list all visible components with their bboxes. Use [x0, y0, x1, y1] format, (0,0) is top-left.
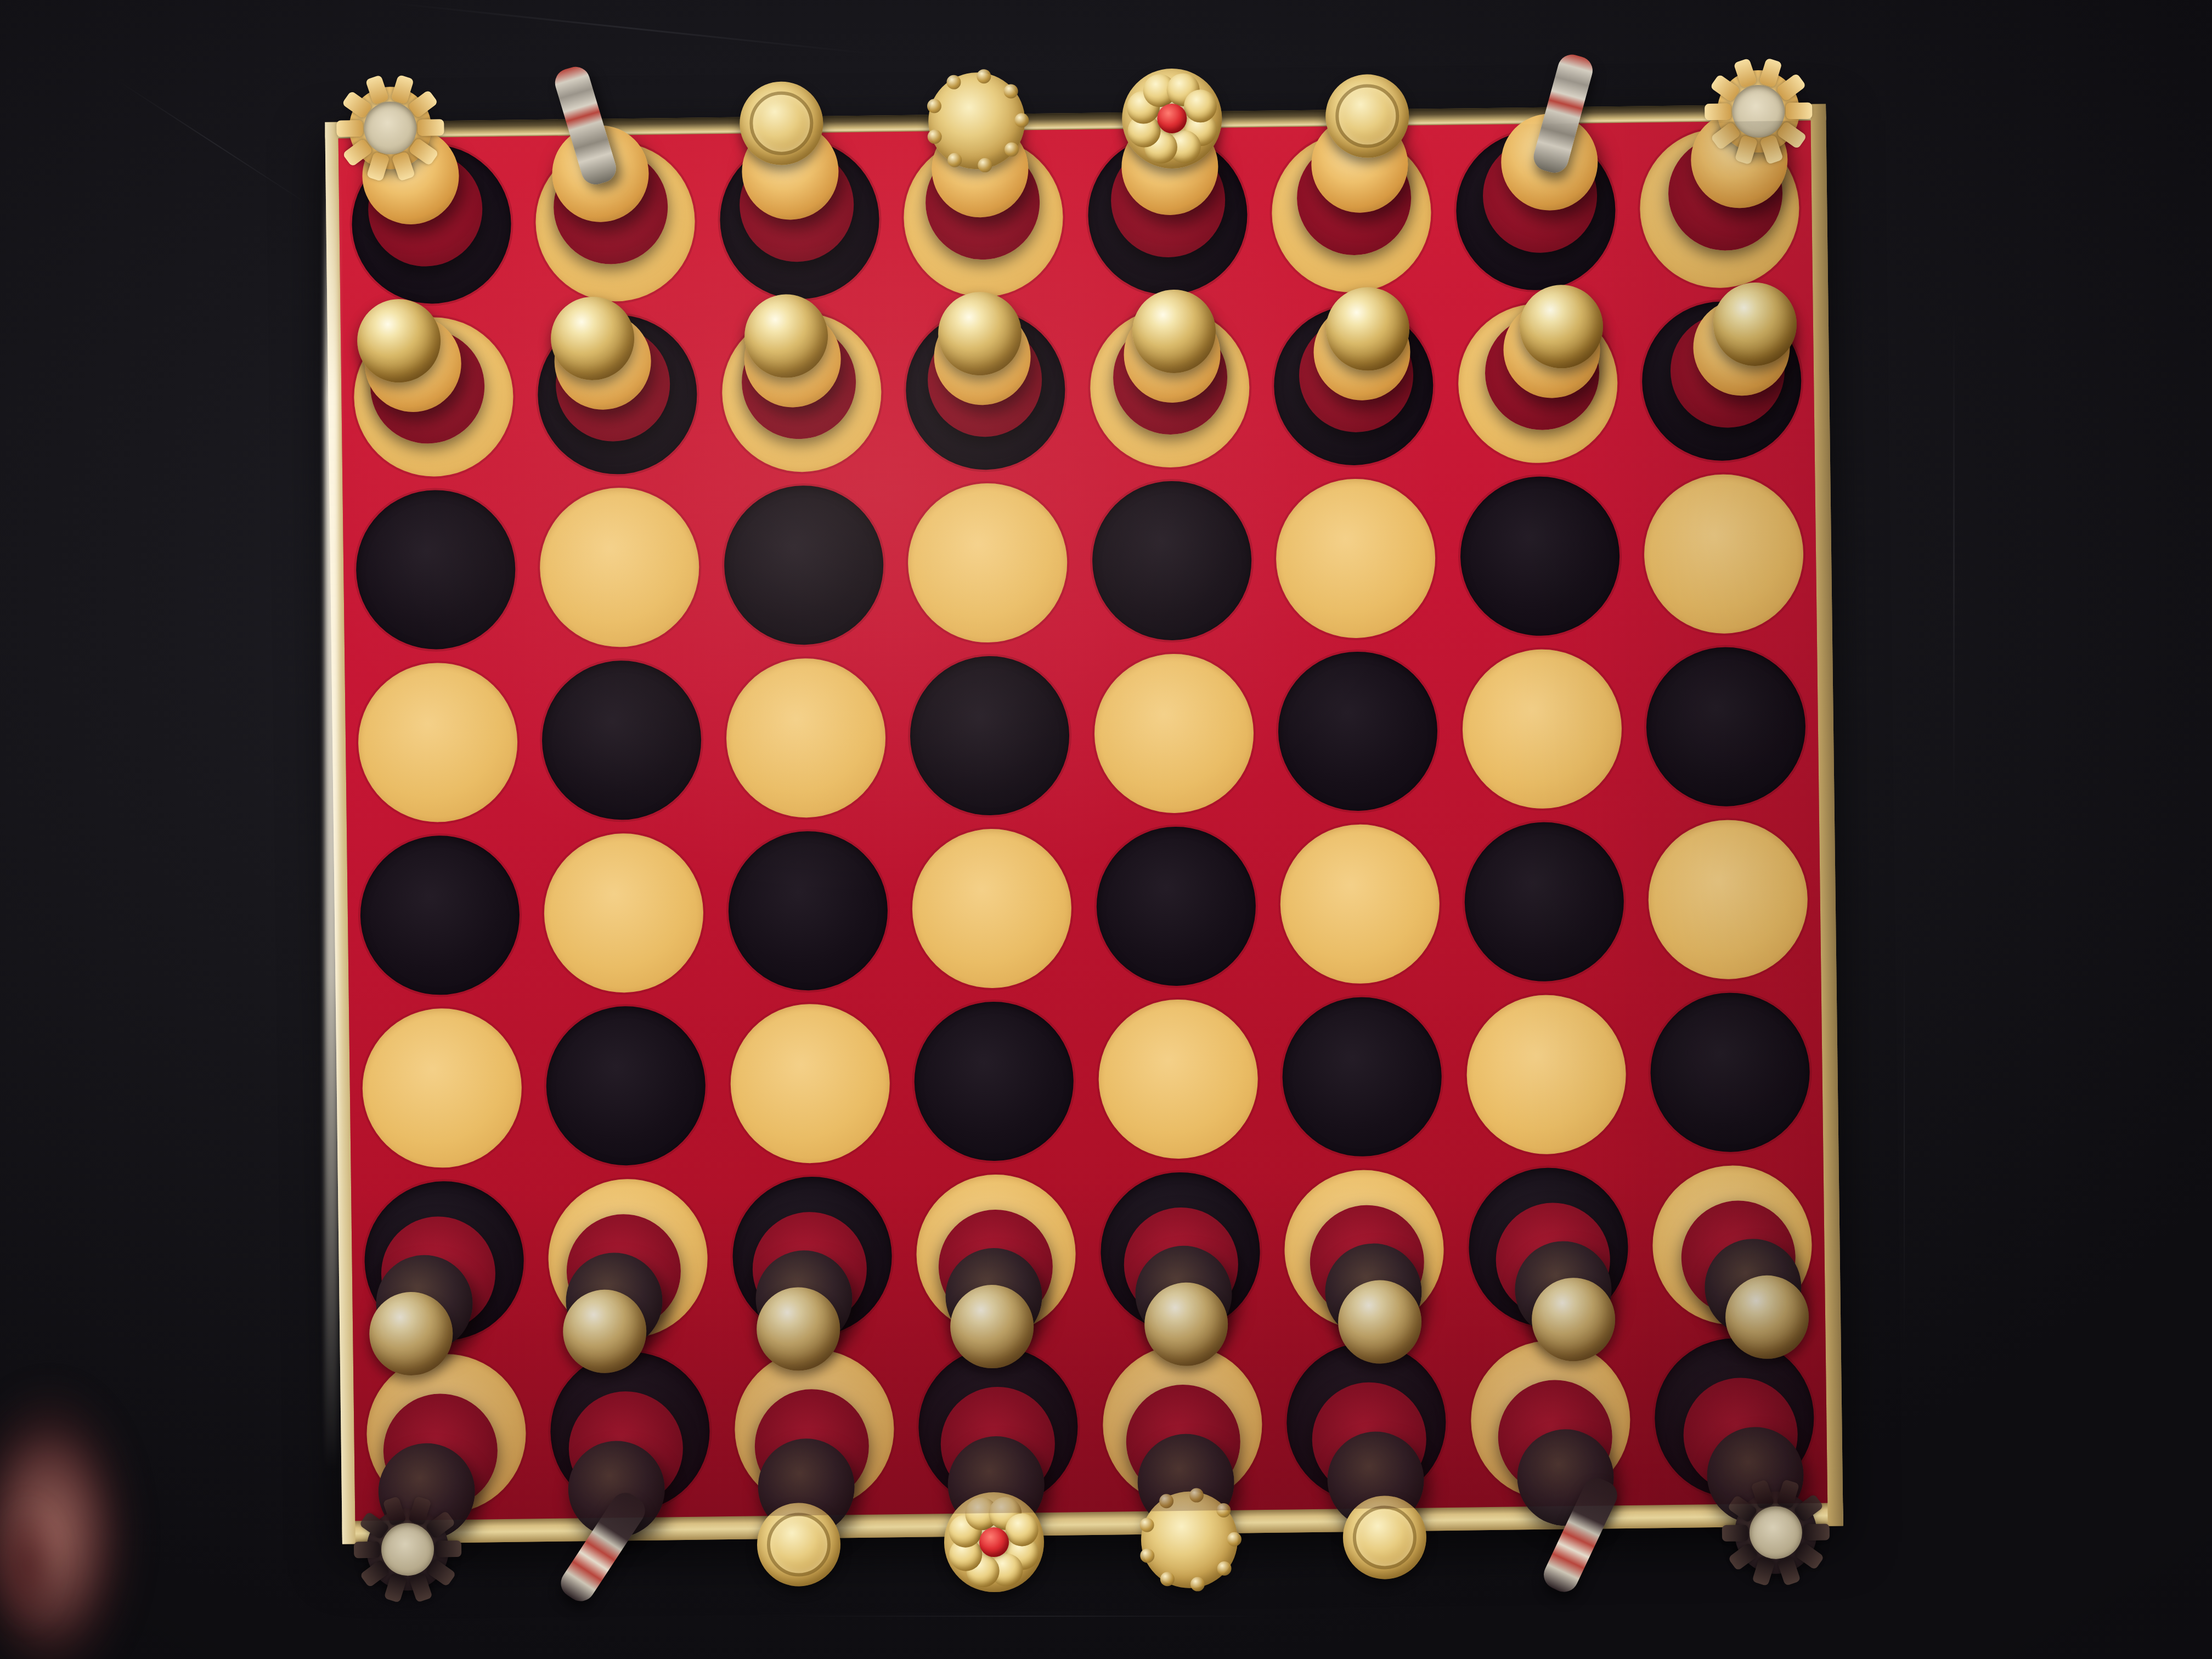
pawn-ball-top	[1144, 1282, 1228, 1366]
square-d4[interactable]	[1093, 653, 1255, 814]
pawn-ball-top	[1725, 1274, 1809, 1359]
pawn-ball-top	[562, 1289, 647, 1373]
square-h4[interactable]	[357, 662, 518, 823]
square-f5[interactable]	[727, 830, 889, 991]
king-red-jewel	[979, 1527, 1009, 1558]
queen-coronet-top	[1141, 1491, 1238, 1589]
square-g4[interactable]	[541, 659, 703, 821]
square-b4[interactable]	[1462, 648, 1623, 810]
square-b6[interactable]	[1466, 994, 1627, 1155]
square-c3[interactable]	[1276, 478, 1437, 639]
square-f6[interactable]	[730, 1003, 891, 1164]
pawn-ball-top	[1338, 1279, 1422, 1364]
square-h5[interactable]	[359, 834, 521, 996]
king-red-jewel	[1157, 104, 1187, 134]
square-e3[interactable]	[907, 482, 1069, 644]
rook-crenellated-top	[366, 1508, 449, 1591]
pawn-ball-top	[757, 1286, 841, 1371]
square-b3[interactable]	[1459, 476, 1621, 637]
square-e5[interactable]	[911, 828, 1073, 989]
square-d3[interactable]	[1091, 480, 1252, 641]
square-f4[interactable]	[725, 657, 887, 819]
square-h3[interactable]	[355, 489, 516, 650]
square-g6[interactable]	[545, 1005, 707, 1166]
square-b5[interactable]	[1464, 821, 1625, 983]
queen-coronet-top	[928, 72, 1025, 170]
pawn-ball-top	[1531, 1277, 1616, 1362]
pawn-ball-top	[369, 1291, 453, 1376]
square-a5[interactable]	[1647, 819, 1809, 980]
square-c6[interactable]	[1282, 996, 1443, 1158]
square-a6[interactable]	[1650, 991, 1811, 1153]
square-d6[interactable]	[1098, 998, 1259, 1160]
bishop-disc-top	[757, 1502, 841, 1587]
board-field	[338, 121, 1828, 1521]
square-c5[interactable]	[1279, 823, 1441, 985]
bishop-disc-top	[739, 81, 823, 166]
square-g5[interactable]	[543, 832, 704, 994]
square-d5[interactable]	[1096, 826, 1257, 987]
chess-board	[325, 104, 1843, 1544]
square-e6[interactable]	[913, 1001, 1075, 1162]
square-g3[interactable]	[539, 487, 701, 648]
square-h6[interactable]	[362, 1007, 523, 1169]
rook-crenellated-top	[1734, 1491, 1818, 1575]
square-f3[interactable]	[723, 484, 884, 646]
square-e4[interactable]	[910, 655, 1071, 816]
square-a3[interactable]	[1644, 473, 1805, 634]
rook-crenellated-top	[1717, 70, 1800, 153]
board-edge-light-reflection	[325, 165, 338, 1470]
square-c4[interactable]	[1277, 651, 1438, 812]
square-a4[interactable]	[1645, 646, 1807, 807]
photo-scene	[0, 0, 2212, 1659]
rook-crenellated-top	[348, 87, 432, 170]
